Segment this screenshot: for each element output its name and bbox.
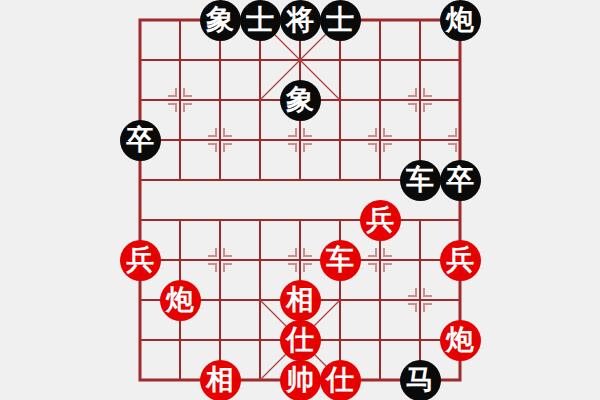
- piece-red-advisor[interactable]: 仕: [320, 360, 361, 400]
- piece-black-elephant[interactable]: 象: [200, 0, 241, 41]
- piece-black-general[interactable]: 将: [280, 0, 321, 41]
- piece-black-cannon[interactable]: 炮: [440, 0, 481, 41]
- piece-black-horse[interactable]: 马: [400, 360, 441, 400]
- piece-black-elephant[interactable]: 象: [280, 80, 321, 121]
- piece-black-advisor[interactable]: 士: [240, 0, 281, 41]
- piece-red-soldier[interactable]: 兵: [440, 240, 481, 281]
- xiangqi-board: 象士将士炮象卒车卒马兵兵车兵炮相仕炮相帅仕: [0, 0, 600, 400]
- piece-red-cannon[interactable]: 炮: [440, 320, 481, 361]
- piece-red-chariot[interactable]: 车: [320, 240, 361, 281]
- piece-red-soldier[interactable]: 兵: [120, 240, 161, 281]
- piece-red-cannon[interactable]: 炮: [160, 280, 201, 321]
- piece-red-elephant[interactable]: 相: [200, 360, 241, 400]
- piece-red-advisor[interactable]: 仕: [280, 320, 321, 361]
- piece-red-elephant[interactable]: 相: [280, 280, 321, 321]
- piece-black-soldier[interactable]: 卒: [440, 160, 481, 201]
- pieces-layer: 象士将士炮象卒车卒马兵兵车兵炮相仕炮相帅仕: [120, 0, 480, 400]
- piece-black-soldier[interactable]: 卒: [120, 120, 161, 161]
- piece-red-soldier[interactable]: 兵: [360, 200, 401, 241]
- piece-black-chariot[interactable]: 车: [400, 160, 441, 201]
- piece-black-advisor[interactable]: 士: [320, 0, 361, 41]
- piece-red-general[interactable]: 帅: [280, 360, 321, 400]
